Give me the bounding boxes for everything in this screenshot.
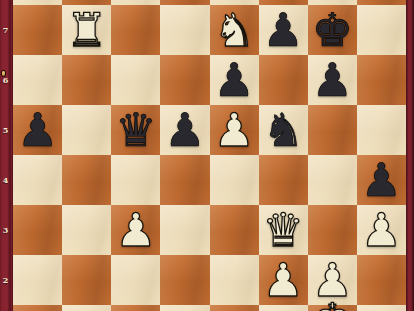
square-e6[interactable]: ♟: [210, 55, 259, 105]
square-c7[interactable]: [111, 5, 160, 55]
square-d3[interactable]: [160, 205, 209, 255]
square-h4[interactable]: ♟: [357, 155, 406, 205]
square-d6[interactable]: [160, 55, 209, 105]
square-a5[interactable]: ♟: [13, 105, 62, 155]
square-b4[interactable]: [62, 155, 111, 205]
square-g4[interactable]: [308, 155, 357, 205]
board-frame-left: 765432: [0, 0, 13, 311]
square-d1[interactable]: [160, 305, 209, 311]
square-c2[interactable]: [111, 255, 160, 305]
square-a7[interactable]: [13, 5, 62, 55]
square-b3[interactable]: [62, 205, 111, 255]
rank-label-6: 6: [0, 55, 11, 105]
square-f3[interactable]: ♛: [259, 205, 308, 255]
black-pawn-icon: ♟: [213, 55, 254, 105]
square-h5[interactable]: [357, 105, 406, 155]
board: ♜♞♟♚♟♟♟♛♟♟♞♟♟♛♟♟♟♚: [13, 0, 406, 311]
square-g7[interactable]: ♚: [308, 5, 357, 55]
square-h1[interactable]: [357, 305, 406, 311]
black-king-icon: ♚: [312, 5, 353, 55]
square-e1[interactable]: [210, 305, 259, 311]
black-pawn-icon: ♟: [361, 155, 402, 205]
square-h7[interactable]: [357, 5, 406, 55]
square-b2[interactable]: [62, 255, 111, 305]
white-pawn-icon: ♟: [213, 105, 254, 155]
square-f2[interactable]: ♟: [259, 255, 308, 305]
black-knight-icon: ♞: [263, 105, 304, 155]
white-king-icon: ♚: [312, 295, 353, 311]
black-pawn-icon: ♟: [312, 55, 353, 105]
square-h2[interactable]: [357, 255, 406, 305]
square-b1[interactable]: [62, 305, 111, 311]
black-queen-icon: ♛: [115, 105, 156, 155]
square-g6[interactable]: ♟: [308, 55, 357, 105]
square-e7[interactable]: ♞: [210, 5, 259, 55]
square-d5[interactable]: ♟: [160, 105, 209, 155]
square-f1[interactable]: [259, 305, 308, 311]
square-c3[interactable]: ♟: [111, 205, 160, 255]
square-f5[interactable]: ♞: [259, 105, 308, 155]
chess-board-screenshot: ♜♞♟♚♟♟♟♛♟♟♞♟♟♛♟♟♟♚ 765432: [0, 0, 414, 311]
black-pawn-icon: ♟: [164, 105, 205, 155]
square-c4[interactable]: [111, 155, 160, 205]
rank-label-2: 2: [0, 255, 11, 305]
black-pawn-icon: ♟: [17, 105, 58, 155]
rank-label-5: 5: [0, 105, 11, 155]
square-c6[interactable]: [111, 55, 160, 105]
white-queen-icon: ♛: [263, 205, 304, 255]
rank-label-3: 3: [0, 205, 11, 255]
square-c5[interactable]: ♛: [111, 105, 160, 155]
square-b7[interactable]: ♜: [62, 5, 111, 55]
square-b6[interactable]: [62, 55, 111, 105]
square-a4[interactable]: [13, 155, 62, 205]
white-pawn-icon: ♟: [361, 205, 402, 255]
square-g3[interactable]: [308, 205, 357, 255]
white-pawn-icon: ♟: [115, 205, 156, 255]
square-d7[interactable]: [160, 5, 209, 55]
rank-label-4: 4: [0, 155, 11, 205]
square-e4[interactable]: [210, 155, 259, 205]
square-h6[interactable]: [357, 55, 406, 105]
square-e2[interactable]: [210, 255, 259, 305]
white-pawn-icon: ♟: [263, 255, 304, 305]
square-e5[interactable]: ♟: [210, 105, 259, 155]
square-f7[interactable]: ♟: [259, 5, 308, 55]
white-rook-icon: ♜: [66, 5, 107, 55]
square-f4[interactable]: [259, 155, 308, 205]
square-e3[interactable]: [210, 205, 259, 255]
square-a3[interactable]: [13, 205, 62, 255]
square-g1[interactable]: ♚: [308, 305, 357, 311]
square-a2[interactable]: [13, 255, 62, 305]
square-c1[interactable]: [111, 305, 160, 311]
square-f6[interactable]: [259, 55, 308, 105]
square-g5[interactable]: [308, 105, 357, 155]
square-h3[interactable]: ♟: [357, 205, 406, 255]
black-pawn-icon: ♟: [263, 5, 304, 55]
square-a6[interactable]: [13, 55, 62, 105]
square-a1[interactable]: [13, 305, 62, 311]
square-b5[interactable]: [62, 105, 111, 155]
rank-label-7: 7: [0, 5, 11, 55]
square-d2[interactable]: [160, 255, 209, 305]
white-knight-icon: ♞: [213, 5, 254, 55]
square-d4[interactable]: [160, 155, 209, 205]
board-frame-right: [406, 0, 414, 311]
